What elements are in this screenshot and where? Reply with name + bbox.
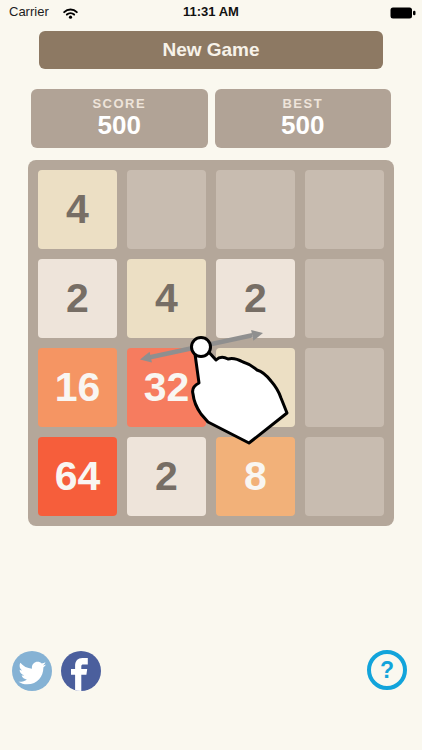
status-bar: Carrier 11:31 AM bbox=[0, 0, 422, 22]
twitter-bird-icon bbox=[12, 651, 52, 691]
score-label: SCORE bbox=[92, 97, 146, 110]
empty-cell-r4c4 bbox=[305, 437, 384, 516]
tile-2-r2c1: 2 bbox=[38, 259, 117, 338]
best-label: BEST bbox=[282, 97, 323, 110]
clock-label: 11:31 AM bbox=[0, 4, 422, 19]
empty-cell-r1c4 bbox=[305, 170, 384, 249]
tile-4-r1c1: 4 bbox=[38, 170, 117, 249]
facebook-f-icon bbox=[61, 651, 101, 691]
best-value: 500 bbox=[281, 111, 324, 140]
score-box: SCORE 500 bbox=[31, 89, 208, 148]
question-mark-icon: ? bbox=[380, 659, 394, 682]
empty-cell-r1c3 bbox=[216, 170, 295, 249]
new-game-button[interactable]: New Game bbox=[39, 31, 383, 69]
score-value: 500 bbox=[98, 111, 141, 140]
tile-4-r3c3: 4 bbox=[216, 348, 295, 427]
tile-32-r3c2: 32 bbox=[127, 348, 206, 427]
tile-4-r2c2: 4 bbox=[127, 259, 206, 338]
score-row: SCORE 500 BEST 500 bbox=[31, 89, 391, 148]
empty-cell-r1c2 bbox=[127, 170, 206, 249]
best-box: BEST 500 bbox=[215, 89, 392, 148]
twitter-share-button[interactable] bbox=[12, 651, 52, 691]
tile-64-r4c1: 64 bbox=[38, 437, 117, 516]
empty-cell-r2c4 bbox=[305, 259, 384, 338]
battery-icon bbox=[390, 5, 416, 23]
tile-grid: 4242163246428 bbox=[38, 170, 384, 516]
empty-cell-r3c4 bbox=[305, 348, 384, 427]
help-button[interactable]: ? bbox=[367, 650, 407, 690]
tile-2-r2c3: 2 bbox=[216, 259, 295, 338]
facebook-share-button[interactable] bbox=[61, 651, 101, 691]
game-board[interactable]: 4242163246428 bbox=[28, 160, 394, 526]
tile-8-r4c3: 8 bbox=[216, 437, 295, 516]
tile-16-r3c1: 16 bbox=[38, 348, 117, 427]
tile-2-r4c2: 2 bbox=[127, 437, 206, 516]
